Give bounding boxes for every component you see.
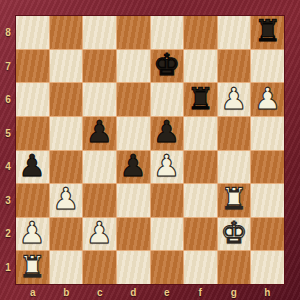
square-h3[interactable] bbox=[251, 184, 284, 217]
black-rook[interactable]: ♜ bbox=[254, 16, 281, 46]
square-h4[interactable] bbox=[251, 151, 284, 184]
black-pawn[interactable]: ♟ bbox=[86, 117, 113, 147]
file-label-h: h bbox=[251, 284, 285, 300]
square-e5[interactable]: ♟ bbox=[151, 117, 184, 150]
file-labels: abcdefgh bbox=[16, 284, 284, 300]
rank-label-4: 4 bbox=[0, 150, 16, 184]
square-c4[interactable] bbox=[83, 151, 116, 184]
square-e6[interactable] bbox=[151, 83, 184, 116]
file-label-d: d bbox=[117, 284, 151, 300]
white-pawn[interactable]: ♟ bbox=[221, 84, 248, 114]
square-c2[interactable]: ♟ bbox=[83, 218, 116, 251]
square-a6[interactable] bbox=[16, 83, 49, 116]
square-g5[interactable] bbox=[218, 117, 251, 150]
rank-label-7: 7 bbox=[0, 50, 16, 84]
square-e3[interactable] bbox=[151, 184, 184, 217]
square-h5[interactable] bbox=[251, 117, 284, 150]
rank-label-8: 8 bbox=[0, 16, 16, 50]
square-d7[interactable] bbox=[117, 50, 150, 83]
square-d6[interactable] bbox=[117, 83, 150, 116]
white-pawn[interactable]: ♟ bbox=[254, 84, 281, 114]
file-label-c: c bbox=[83, 284, 117, 300]
black-pawn[interactable]: ♟ bbox=[120, 151, 147, 181]
white-rook[interactable]: ♜ bbox=[221, 184, 248, 214]
square-b4[interactable] bbox=[50, 151, 83, 184]
square-e4[interactable]: ♟ bbox=[151, 151, 184, 184]
square-a5[interactable] bbox=[16, 117, 49, 150]
square-b7[interactable] bbox=[50, 50, 83, 83]
square-f1[interactable] bbox=[184, 251, 217, 284]
square-f8[interactable] bbox=[184, 16, 217, 49]
square-f3[interactable] bbox=[184, 184, 217, 217]
white-king[interactable]: ♚ bbox=[221, 218, 248, 248]
black-pawn[interactable]: ♟ bbox=[153, 117, 180, 147]
square-a2[interactable]: ♟ bbox=[16, 218, 49, 251]
square-b2[interactable] bbox=[50, 218, 83, 251]
square-g7[interactable] bbox=[218, 50, 251, 83]
file-label-f: f bbox=[184, 284, 218, 300]
square-d5[interactable] bbox=[117, 117, 150, 150]
square-e1[interactable] bbox=[151, 251, 184, 284]
square-f7[interactable] bbox=[184, 50, 217, 83]
rank-label-2: 2 bbox=[0, 217, 16, 251]
white-rook[interactable]: ♜ bbox=[19, 252, 46, 282]
rank-label-1: 1 bbox=[0, 251, 16, 285]
square-c7[interactable] bbox=[83, 50, 116, 83]
square-a7[interactable] bbox=[16, 50, 49, 83]
square-f2[interactable] bbox=[184, 218, 217, 251]
square-h8[interactable]: ♜ bbox=[251, 16, 284, 49]
square-b8[interactable] bbox=[50, 16, 83, 49]
black-pawn[interactable]: ♟ bbox=[19, 151, 46, 181]
square-g3[interactable]: ♜ bbox=[218, 184, 251, 217]
file-label-g: g bbox=[217, 284, 251, 300]
square-d3[interactable] bbox=[117, 184, 150, 217]
chess-board: ♜♚♜♟♟♟♟♟♟♟♟♜♟♟♚♜ bbox=[16, 16, 284, 284]
square-d1[interactable] bbox=[117, 251, 150, 284]
rank-label-6: 6 bbox=[0, 83, 16, 117]
square-c8[interactable] bbox=[83, 16, 116, 49]
board-frame: 87654321 abcdefgh ♜♚♜♟♟♟♟♟♟♟♟♜♟♟♚♜ bbox=[0, 0, 300, 300]
square-a1[interactable]: ♜ bbox=[16, 251, 49, 284]
square-f5[interactable] bbox=[184, 117, 217, 150]
square-g1[interactable] bbox=[218, 251, 251, 284]
square-h2[interactable] bbox=[251, 218, 284, 251]
square-e7[interactable]: ♚ bbox=[151, 50, 184, 83]
square-c3[interactable] bbox=[83, 184, 116, 217]
square-g6[interactable]: ♟ bbox=[218, 83, 251, 116]
rank-labels: 87654321 bbox=[0, 16, 16, 284]
square-h7[interactable] bbox=[251, 50, 284, 83]
square-d2[interactable] bbox=[117, 218, 150, 251]
black-rook[interactable]: ♜ bbox=[187, 84, 214, 114]
white-pawn[interactable]: ♟ bbox=[52, 184, 79, 214]
square-g2[interactable]: ♚ bbox=[218, 218, 251, 251]
white-pawn[interactable]: ♟ bbox=[19, 218, 46, 248]
square-c5[interactable]: ♟ bbox=[83, 117, 116, 150]
square-a4[interactable]: ♟ bbox=[16, 151, 49, 184]
square-e2[interactable] bbox=[151, 218, 184, 251]
file-label-b: b bbox=[50, 284, 84, 300]
square-g4[interactable] bbox=[218, 151, 251, 184]
square-f4[interactable] bbox=[184, 151, 217, 184]
square-c1[interactable] bbox=[83, 251, 116, 284]
square-b5[interactable] bbox=[50, 117, 83, 150]
square-f6[interactable]: ♜ bbox=[184, 83, 217, 116]
square-e8[interactable] bbox=[151, 16, 184, 49]
black-king[interactable]: ♚ bbox=[153, 50, 180, 80]
square-d4[interactable]: ♟ bbox=[117, 151, 150, 184]
square-a8[interactable] bbox=[16, 16, 49, 49]
square-c6[interactable] bbox=[83, 83, 116, 116]
rank-label-3: 3 bbox=[0, 184, 16, 218]
rank-label-5: 5 bbox=[0, 117, 16, 151]
file-label-a: a bbox=[16, 284, 50, 300]
square-d8[interactable] bbox=[117, 16, 150, 49]
white-pawn[interactable]: ♟ bbox=[153, 151, 180, 181]
square-b1[interactable] bbox=[50, 251, 83, 284]
file-label-e: e bbox=[150, 284, 184, 300]
white-pawn[interactable]: ♟ bbox=[86, 218, 113, 248]
square-b6[interactable] bbox=[50, 83, 83, 116]
square-b3[interactable]: ♟ bbox=[50, 184, 83, 217]
square-g8[interactable] bbox=[218, 16, 251, 49]
square-h1[interactable] bbox=[251, 251, 284, 284]
square-a3[interactable] bbox=[16, 184, 49, 217]
square-h6[interactable]: ♟ bbox=[251, 83, 284, 116]
